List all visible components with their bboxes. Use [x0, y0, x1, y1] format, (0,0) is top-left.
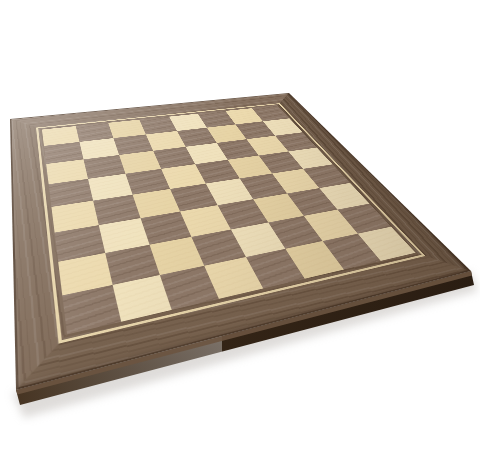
chessboard-product-photo: [0, 0, 480, 476]
